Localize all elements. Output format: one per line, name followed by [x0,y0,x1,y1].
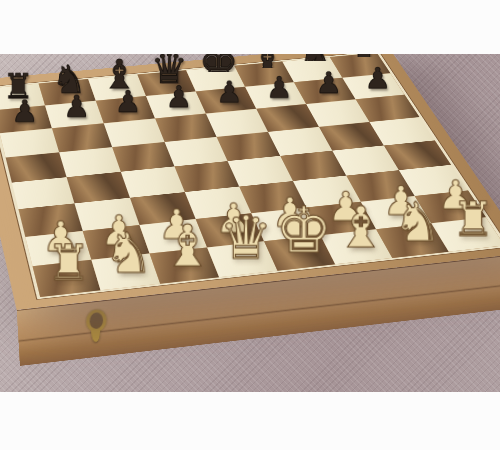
black-pawn[interactable]: ♟ [258,73,300,102]
square-h6[interactable] [356,95,420,122]
black-pawn[interactable]: ♟ [55,92,98,122]
square-d5[interactable] [165,137,228,167]
white-knight[interactable]: ♞ [99,226,159,282]
white-queen[interactable]: ♛ [216,209,276,269]
square-a1[interactable]: ♜ [33,260,101,297]
chess-box: ♜♞♝♛♚♝♞♜♟♟♟♟♟♟♟♟♟♟♟♟♟♟♟♟♜♞♝♛♚♝♞♜ [0,54,500,310]
photo-area: ♜♞♝♛♚♝♞♜♟♟♟♟♟♟♟♟♟♟♟♟♟♟♟♟♜♞♝♛♚♝♞♜ [0,54,500,392]
square-a5[interactable] [6,152,67,182]
screenshot-canvas: ♜♞♝♛♚♝♞♜♟♟♟♟♟♟♟♟♟♟♟♟♟♟♟♟♜♞♝♛♚♝♞♜ [0,0,500,450]
board-grid: ♜♞♝♛♚♝♞♜♟♟♟♟♟♟♟♟♟♟♟♟♟♟♟♟♜♞♝♛♚♝♞♜ [0,54,500,299]
white-king[interactable]: ♚ [274,199,333,263]
white-rook[interactable]: ♜ [39,239,100,288]
white-bishop[interactable]: ♝ [158,217,218,275]
black-pawn[interactable]: ♟ [158,82,200,112]
white-knight[interactable]: ♞ [388,195,447,249]
black-pawn[interactable]: ♟ [308,68,350,97]
square-d1[interactable]: ♛ [207,241,277,277]
square-h4[interactable] [384,140,451,170]
letterbox-bottom [0,392,500,450]
square-b1[interactable]: ♞ [91,254,160,291]
black-pawn[interactable]: ♟ [208,78,250,108]
square-c1[interactable]: ♝ [150,247,220,283]
white-rook[interactable]: ♜ [444,196,500,243]
latch-hook-icon [92,329,101,342]
square-b5[interactable] [59,147,121,177]
black-pawn[interactable]: ♟ [3,96,46,126]
brass-latch[interactable] [86,309,105,347]
white-bishop[interactable]: ♝ [332,199,391,256]
black-pawn[interactable]: ♟ [357,64,398,93]
letterbox-top [0,0,500,54]
black-pawn[interactable]: ♟ [107,87,149,117]
